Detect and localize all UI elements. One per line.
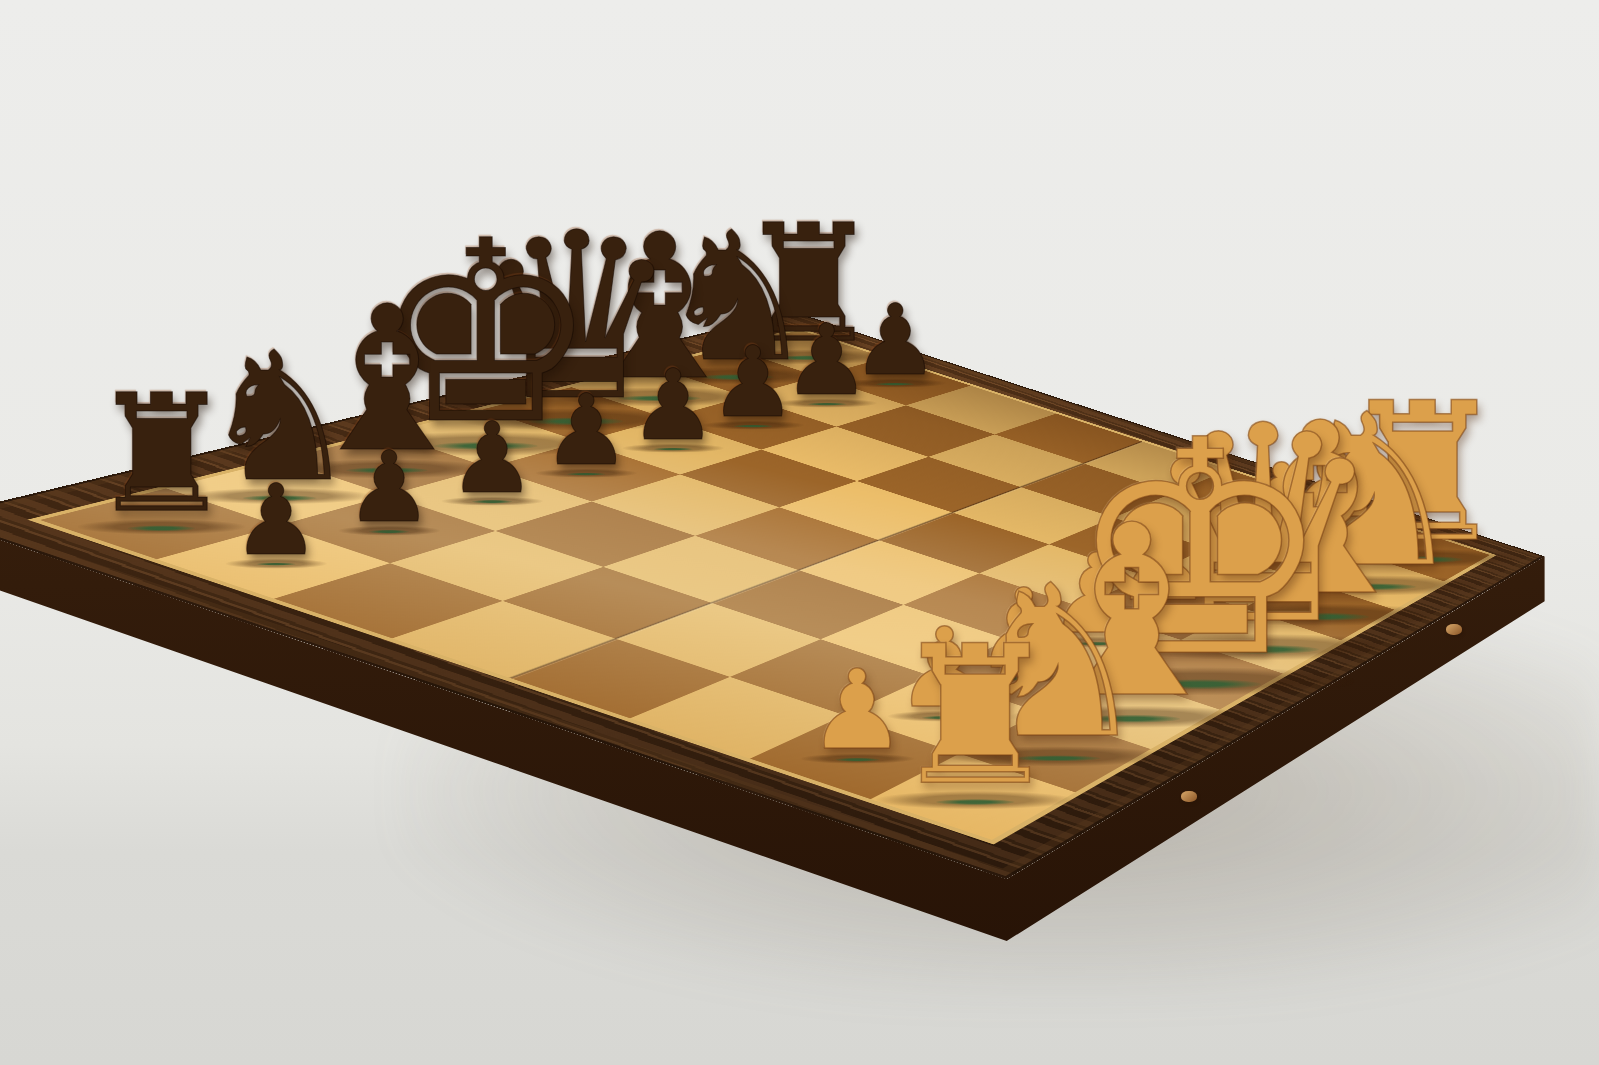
latch-peg [1446, 624, 1462, 635]
latch-peg [1181, 791, 1197, 802]
photo-scene: ♜♞♟♝♟♛♟♚♟♝♟♞♟♜♟♟♟♜♟♟♞♟♝♟♛♚♟♝♟♞♟♜ [0, 0, 1599, 1065]
